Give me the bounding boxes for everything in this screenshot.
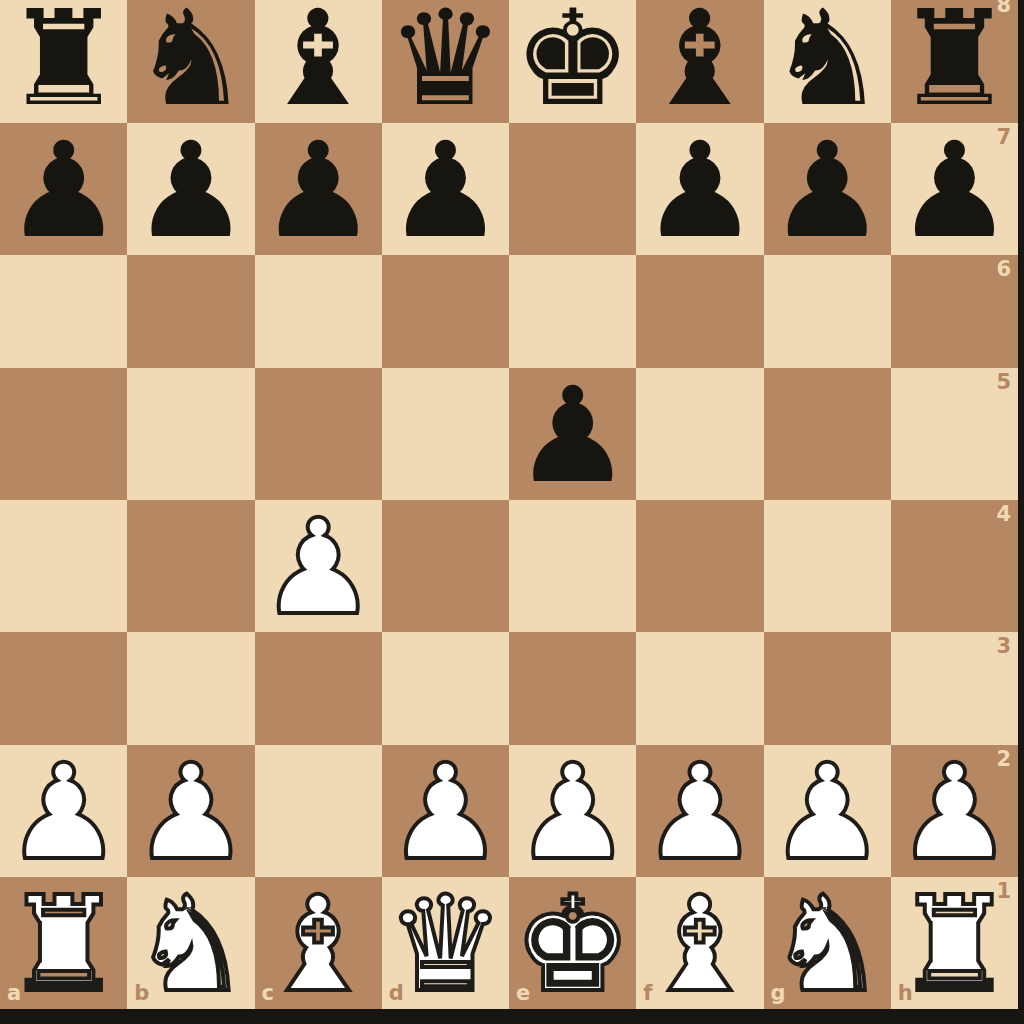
chess-board: ♜♞♝♛♚♝♞♜8♟♟♟♟♟♟♟76♟5♟43♟♟♟♟♟♟♟2♜a♞b♝c♛d♚… [0,0,1018,1009]
square-a8[interactable]: ♜ [0,0,127,123]
black-pawn[interactable]: ♟ [513,369,631,501]
square-a5[interactable] [0,368,127,500]
file-label-f: f [643,983,652,1004]
square-g2[interactable]: ♟ [764,745,891,877]
square-g8[interactable]: ♞ [764,0,891,123]
rank-label-1: 1 [996,881,1011,902]
white-queen[interactable]: ♛ [386,878,504,1010]
white-pawn[interactable]: ♟ [132,746,250,878]
square-f8[interactable]: ♝ [636,0,763,123]
square-a1[interactable]: ♜a [0,877,127,1009]
black-king[interactable]: ♚ [513,0,631,124]
square-e5[interactable]: ♟ [509,368,636,500]
square-h4[interactable]: 4 [891,500,1018,632]
white-pawn[interactable]: ♟ [641,746,759,878]
white-pawn[interactable]: ♟ [386,746,504,878]
square-c2[interactable] [255,745,382,877]
black-bishop[interactable]: ♝ [259,0,377,124]
square-e4[interactable] [509,500,636,632]
square-d4[interactable] [382,500,509,632]
square-d8[interactable]: ♛ [382,0,509,123]
file-label-d: d [389,983,404,1004]
square-a6[interactable] [0,255,127,368]
white-bishop[interactable]: ♝ [259,878,377,1010]
square-e6[interactable] [509,255,636,368]
black-pawn[interactable]: ♟ [132,124,250,256]
square-h7[interactable]: ♟7 [891,123,1018,255]
rank-label-3: 3 [996,636,1011,657]
white-bishop[interactable]: ♝ [641,878,759,1010]
file-label-b: b [134,983,149,1004]
square-a7[interactable]: ♟ [0,123,127,255]
square-h2[interactable]: ♟2 [891,745,1018,877]
square-c3[interactable] [255,632,382,745]
square-h1[interactable]: ♜1h [891,877,1018,1009]
square-d2[interactable]: ♟ [382,745,509,877]
square-g6[interactable] [764,255,891,368]
square-f5[interactable] [636,368,763,500]
square-f1[interactable]: ♝f [636,877,763,1009]
square-g7[interactable]: ♟ [764,123,891,255]
square-d5[interactable] [382,368,509,500]
square-d6[interactable] [382,255,509,368]
square-h5[interactable]: 5 [891,368,1018,500]
white-pawn[interactable]: ♟ [259,501,377,633]
square-c8[interactable]: ♝ [255,0,382,123]
white-knight[interactable]: ♞ [768,878,886,1010]
square-b2[interactable]: ♟ [127,745,254,877]
square-e3[interactable] [509,632,636,745]
square-c4[interactable]: ♟ [255,500,382,632]
white-pawn[interactable]: ♟ [768,746,886,878]
rank-label-8: 8 [996,0,1011,16]
black-pawn[interactable]: ♟ [4,124,122,256]
black-bishop[interactable]: ♝ [641,0,759,124]
square-e1[interactable]: ♚e [509,877,636,1009]
square-b1[interactable]: ♞b [127,877,254,1009]
square-h6[interactable]: 6 [891,255,1018,368]
square-b3[interactable] [127,632,254,745]
square-d1[interactable]: ♛d [382,877,509,1009]
square-g3[interactable] [764,632,891,745]
square-e7[interactable] [509,123,636,255]
square-a2[interactable]: ♟ [0,745,127,877]
square-b5[interactable] [127,368,254,500]
square-f4[interactable] [636,500,763,632]
file-label-a: a [7,983,21,1004]
black-pawn[interactable]: ♟ [386,124,504,256]
square-c5[interactable] [255,368,382,500]
rank-label-7: 7 [996,127,1011,148]
rank-label-5: 5 [996,372,1011,393]
black-rook[interactable]: ♜ [4,0,122,124]
square-h3[interactable]: 3 [891,632,1018,745]
square-g1[interactable]: ♞g [764,877,891,1009]
white-rook[interactable]: ♜ [4,878,122,1010]
black-queen[interactable]: ♛ [386,0,504,124]
square-f7[interactable]: ♟ [636,123,763,255]
square-g4[interactable] [764,500,891,632]
white-king[interactable]: ♚ [513,878,631,1010]
square-b4[interactable] [127,500,254,632]
square-f2[interactable]: ♟ [636,745,763,877]
square-c6[interactable] [255,255,382,368]
rank-label-2: 2 [996,749,1011,770]
white-pawn[interactable]: ♟ [513,746,631,878]
square-d3[interactable] [382,632,509,745]
white-knight[interactable]: ♞ [132,878,250,1010]
black-pawn[interactable]: ♟ [768,124,886,256]
square-c7[interactable]: ♟ [255,123,382,255]
rank-label-6: 6 [996,259,1011,280]
black-pawn[interactable]: ♟ [259,124,377,256]
black-knight[interactable]: ♞ [132,0,250,124]
square-f6[interactable] [636,255,763,368]
black-knight[interactable]: ♞ [768,0,886,124]
square-b8[interactable]: ♞ [127,0,254,123]
square-b7[interactable]: ♟ [127,123,254,255]
file-label-c: c [262,983,274,1004]
square-b6[interactable] [127,255,254,368]
square-g5[interactable] [764,368,891,500]
black-pawn[interactable]: ♟ [641,124,759,256]
file-label-g: g [771,983,786,1004]
square-d7[interactable]: ♟ [382,123,509,255]
square-c1[interactable]: ♝c [255,877,382,1009]
white-pawn[interactable]: ♟ [4,746,122,878]
rank-label-4: 4 [996,504,1011,525]
app-background: ♜♞♝♛♚♝♞♜8♟♟♟♟♟♟♟76♟5♟43♟♟♟♟♟♟♟2♜a♞b♝c♛d♚… [0,0,1024,1024]
square-h8[interactable]: ♜8 [891,0,1018,123]
square-e2[interactable]: ♟ [509,745,636,877]
square-a4[interactable] [0,500,127,632]
square-e8[interactable]: ♚ [509,0,636,123]
square-f3[interactable] [636,632,763,745]
file-label-h: h [898,983,913,1004]
black-rook[interactable]: ♜ [895,0,1013,124]
file-label-e: e [516,983,530,1004]
square-a3[interactable] [0,632,127,745]
